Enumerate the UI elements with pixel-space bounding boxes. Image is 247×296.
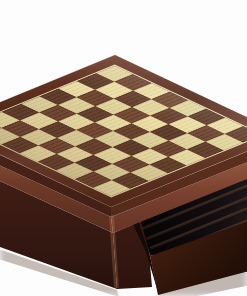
square-a3 [2, 104, 39, 120]
square-a2 [0, 112, 20, 128]
square-b5 [58, 97, 95, 113]
square-b3 [20, 113, 57, 129]
square-c8 [133, 83, 170, 99]
square-c3 [39, 121, 76, 137]
square-g4 [131, 148, 168, 164]
square-f2 [75, 155, 112, 171]
square-d7 [132, 99, 169, 115]
square-g7 [187, 125, 224, 141]
square-h4 [149, 157, 186, 173]
square-c6 [95, 98, 132, 114]
square-a1 [0, 119, 2, 135]
square-f4 [113, 140, 150, 156]
square-b8 [114, 74, 151, 90]
square-g6 [168, 133, 205, 149]
square-h2 [112, 172, 149, 188]
square-h3 [130, 165, 167, 181]
square-d5 [95, 115, 132, 131]
square-e1 [38, 154, 75, 170]
square-e6 [132, 116, 169, 132]
square-e2 [57, 146, 94, 162]
square-d4 [76, 122, 113, 138]
square-h8 [224, 126, 247, 142]
square-a8 [96, 66, 133, 82]
square-f3 [94, 147, 131, 163]
square-g1 [75, 171, 112, 187]
square-e5 [113, 123, 150, 139]
square-b4 [39, 105, 76, 121]
square-d3 [57, 130, 94, 146]
square-e8 [169, 100, 206, 116]
square-a5 [40, 89, 77, 105]
square-f8 [188, 109, 225, 125]
square-b6 [77, 90, 114, 106]
square-h6 [187, 142, 224, 158]
square-h1 [93, 180, 130, 196]
square-h5 [168, 149, 205, 165]
square-c2 [20, 129, 57, 145]
square-e7 [151, 108, 188, 124]
square-c5 [76, 106, 113, 122]
square-g2 [93, 164, 130, 180]
square-c4 [58, 114, 95, 130]
square-b7 [96, 82, 133, 98]
square-b2 [2, 120, 39, 136]
square-h7 [206, 134, 243, 150]
square-a7 [77, 73, 114, 89]
square-f5 [131, 132, 168, 148]
square-g5 [150, 141, 187, 157]
square-a6 [58, 81, 95, 97]
square-d6 [113, 107, 150, 123]
square-a4 [21, 96, 58, 112]
square-f1 [56, 163, 93, 179]
square-f7 [169, 117, 206, 133]
square-d2 [38, 138, 75, 154]
square-d1 [20, 145, 57, 161]
square-c7 [114, 91, 151, 107]
square-e3 [75, 139, 112, 155]
square-b1 [0, 128, 20, 144]
square-f6 [150, 124, 187, 140]
square-c1 [1, 137, 38, 153]
square-g8 [206, 118, 243, 134]
square-g3 [112, 156, 149, 172]
square-d8 [151, 92, 188, 108]
square-e4 [94, 131, 131, 147]
product-photo-chess-box: Wooden chess board storage box, shown em… [0, 0, 247, 296]
